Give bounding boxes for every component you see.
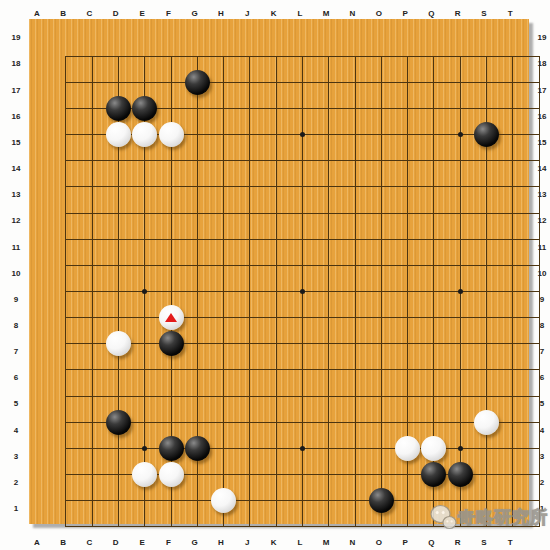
intersection-G12 (210, 226, 236, 252)
intersection-F5 (184, 409, 210, 435)
intersection-R14 (473, 174, 499, 200)
row-label-right-15: 15 (538, 137, 547, 146)
intersection-G10 (210, 278, 236, 304)
intersection-N6 (368, 383, 394, 409)
intersection-G7 (210, 357, 236, 383)
intersection-A1 (53, 514, 79, 540)
col-label-top-E: E (139, 9, 144, 18)
intersection-M9 (342, 305, 368, 331)
intersection-S18 (500, 69, 526, 95)
black-stone-D17 (132, 96, 157, 121)
intersection-A5 (53, 409, 79, 435)
intersection-C18 (105, 69, 131, 95)
intersection-J15 (263, 148, 289, 174)
intersection-P8 (421, 331, 447, 357)
go-diagram-page: { "game": "go", "board": { "size": 19, "… (0, 0, 550, 550)
intersection-J4 (263, 435, 289, 461)
intersection-D17 (132, 95, 158, 121)
intersection-E13 (158, 200, 184, 226)
intersection-M18 (342, 69, 368, 95)
intersection-F1 (184, 514, 210, 540)
intersection-G15 (210, 148, 236, 174)
row-label-left-16: 16 (12, 111, 21, 120)
intersection-L10 (316, 278, 342, 304)
intersection-O14 (395, 174, 421, 200)
intersection-T6 (526, 383, 550, 409)
intersection-E8 (158, 331, 184, 357)
col-label-bottom-R: R (455, 538, 461, 547)
col-label-bottom-O: O (376, 538, 382, 547)
intersection-M17 (342, 95, 368, 121)
intersection-S15 (500, 148, 526, 174)
intersection-D8 (132, 331, 158, 357)
intersection-L15 (316, 148, 342, 174)
col-label-top-N: N (350, 9, 356, 18)
intersection-Q9 (447, 305, 473, 331)
intersection-J1 (263, 514, 289, 540)
intersection-D11 (132, 252, 158, 278)
intersection-N10 (368, 278, 394, 304)
intersection-E6 (158, 383, 184, 409)
intersection-B13 (79, 200, 105, 226)
intersection-T5 (526, 409, 550, 435)
intersection-E16 (158, 122, 184, 148)
intersection-K13 (289, 200, 315, 226)
row-label-left-9: 9 (14, 294, 18, 303)
intersection-E10 (158, 278, 184, 304)
intersection-E17 (158, 95, 184, 121)
star-point-D10 (142, 289, 147, 294)
black-stone-C17 (106, 96, 131, 121)
intersection-E18 (158, 69, 184, 95)
intersection-M7 (342, 357, 368, 383)
col-label-top-R: R (455, 9, 461, 18)
intersection-E3 (158, 461, 184, 487)
intersection-Q3 (447, 461, 473, 487)
row-label-right-8: 8 (540, 320, 544, 329)
wechat-icon (430, 504, 457, 531)
col-label-bottom-E: E (139, 538, 144, 547)
intersection-G16 (210, 122, 236, 148)
intersection-K4 (289, 435, 315, 461)
row-label-right-17: 17 (538, 85, 547, 94)
black-stone-N2 (369, 488, 394, 513)
intersection-R17 (473, 95, 499, 121)
intersection-M15 (342, 148, 368, 174)
col-label-bottom-H: H (218, 538, 224, 547)
intersection-A10 (53, 278, 79, 304)
intersection-J10 (263, 278, 289, 304)
col-label-bottom-F: F (166, 538, 171, 547)
intersection-A13 (53, 200, 79, 226)
intersection-D10 (132, 278, 158, 304)
intersection-C8 (105, 331, 131, 357)
intersection-H11 (237, 252, 263, 278)
intersection-P12 (421, 226, 447, 252)
intersection-A18 (53, 69, 79, 95)
intersection-T3 (526, 461, 550, 487)
intersection-F18 (184, 69, 210, 95)
intersection-D1 (132, 514, 158, 540)
row-label-left-2: 2 (14, 477, 18, 486)
intersection-A17 (53, 95, 79, 121)
col-label-top-G: G (192, 9, 198, 18)
intersection-F13 (184, 200, 210, 226)
intersection-A12 (53, 226, 79, 252)
row-label-left-12: 12 (12, 216, 21, 225)
intersection-R15 (473, 148, 499, 174)
intersection-G9 (210, 305, 236, 331)
intersection-M5 (342, 409, 368, 435)
intersection-R5 (473, 409, 499, 435)
intersection-F6 (184, 383, 210, 409)
intersection-G14 (210, 174, 236, 200)
row-label-right-12: 12 (538, 216, 547, 225)
intersection-P19 (421, 43, 447, 69)
col-label-top-P: P (402, 9, 407, 18)
intersection-D4 (132, 435, 158, 461)
black-stone-C5 (106, 410, 131, 435)
row-label-right-18: 18 (538, 59, 547, 68)
intersection-F12 (184, 226, 210, 252)
intersection-N13 (368, 200, 394, 226)
intersection-B6 (79, 383, 105, 409)
intersection-E9 (158, 305, 184, 331)
intersection-K5 (289, 409, 315, 435)
star-point-K10 (300, 289, 305, 294)
col-label-top-C: C (87, 9, 93, 18)
intersection-J6 (263, 383, 289, 409)
go-board (29, 19, 529, 524)
intersection-D6 (132, 383, 158, 409)
intersection-H17 (237, 95, 263, 121)
row-label-left-4: 4 (14, 425, 18, 434)
intersection-E2 (158, 488, 184, 514)
row-label-left-15: 15 (12, 137, 21, 146)
intersection-A14 (53, 174, 79, 200)
col-label-top-D: D (113, 9, 119, 18)
intersection-C2 (105, 488, 131, 514)
intersection-Q5 (447, 409, 473, 435)
intersection-L1 (316, 514, 342, 540)
last-move-triangle-marker (165, 313, 177, 322)
intersection-L16 (316, 122, 342, 148)
intersection-Q4 (447, 435, 473, 461)
white-stone-G2 (211, 488, 236, 513)
intersection-J17 (263, 95, 289, 121)
intersection-P3 (421, 461, 447, 487)
intersection-K19 (289, 43, 315, 69)
intersection-L18 (316, 69, 342, 95)
intersection-D14 (132, 174, 158, 200)
intersection-G13 (210, 200, 236, 226)
intersection-M6 (342, 383, 368, 409)
star-point-K4 (300, 446, 305, 451)
row-label-left-13: 13 (12, 190, 21, 199)
intersection-E5 (158, 409, 184, 435)
intersection-L19 (316, 43, 342, 69)
intersection-B15 (79, 148, 105, 174)
intersection-S6 (500, 383, 526, 409)
intersection-M14 (342, 174, 368, 200)
intersection-A4 (53, 435, 79, 461)
intersection-N16 (368, 122, 394, 148)
white-stone-R5 (474, 410, 499, 435)
intersection-A9 (53, 305, 79, 331)
intersection-N18 (368, 69, 394, 95)
watermark-text: 奇略研究所 (458, 506, 548, 529)
row-label-right-13: 13 (538, 190, 547, 199)
row-label-left-11: 11 (12, 242, 20, 251)
intersection-H7 (237, 357, 263, 383)
black-stone-F18 (185, 70, 210, 95)
intersection-R13 (473, 200, 499, 226)
intersection-F3 (184, 461, 210, 487)
intersection-R8 (473, 331, 499, 357)
intersection-F2 (184, 488, 210, 514)
intersection-J9 (263, 305, 289, 331)
intersection-K6 (289, 383, 315, 409)
intersection-C9 (105, 305, 131, 331)
intersection-B17 (79, 95, 105, 121)
intersection-B14 (79, 174, 105, 200)
intersection-A6 (53, 383, 79, 409)
intersection-L11 (316, 252, 342, 278)
intersection-O6 (395, 383, 421, 409)
intersection-S10 (500, 278, 526, 304)
intersection-Q13 (447, 200, 473, 226)
intersection-J12 (263, 226, 289, 252)
intersection-P9 (421, 305, 447, 331)
intersection-O12 (395, 226, 421, 252)
col-label-bottom-T: T (508, 538, 513, 547)
intersection-H1 (237, 514, 263, 540)
white-stone-C8 (106, 331, 131, 356)
intersection-B9 (79, 305, 105, 331)
intersection-S4 (500, 435, 526, 461)
intersection-T9 (526, 305, 550, 331)
intersection-N9 (368, 305, 394, 331)
intersection-M19 (342, 43, 368, 69)
intersection-J5 (263, 409, 289, 435)
row-label-right-2: 2 (540, 477, 544, 486)
intersection-B2 (79, 488, 105, 514)
intersection-D13 (132, 200, 158, 226)
intersection-O8 (395, 331, 421, 357)
intersection-E15 (158, 148, 184, 174)
intersection-A19 (53, 43, 79, 69)
intersection-J14 (263, 174, 289, 200)
intersection-Q19 (447, 43, 473, 69)
intersection-A7 (53, 357, 79, 383)
intersection-O19 (395, 43, 421, 69)
row-label-right-5: 5 (540, 399, 544, 408)
intersection-R18 (473, 69, 499, 95)
intersection-G3 (210, 461, 236, 487)
col-label-top-M: M (323, 9, 330, 18)
watermark-logo: 奇略研究所 (430, 502, 548, 532)
intersection-G4 (210, 435, 236, 461)
intersection-L6 (316, 383, 342, 409)
col-label-bottom-D: D (113, 538, 119, 547)
col-label-bottom-Q: Q (428, 538, 434, 547)
row-label-left-14: 14 (12, 164, 21, 173)
intersection-H8 (237, 331, 263, 357)
intersection-S9 (500, 305, 526, 331)
intersection-L8 (316, 331, 342, 357)
intersection-T4 (526, 435, 550, 461)
intersection-H6 (237, 383, 263, 409)
intersection-O9 (395, 305, 421, 331)
intersection-C6 (105, 383, 131, 409)
intersection-J18 (263, 69, 289, 95)
intersection-L9 (316, 305, 342, 331)
black-stone-F4 (185, 436, 210, 461)
intersection-E11 (158, 252, 184, 278)
intersection-Q18 (447, 69, 473, 95)
intersection-B16 (79, 122, 105, 148)
intersection-P7 (421, 357, 447, 383)
intersection-S17 (500, 95, 526, 121)
col-label-bottom-S: S (481, 538, 486, 547)
intersection-H4 (237, 435, 263, 461)
intersection-K17 (289, 95, 315, 121)
intersection-F8 (184, 331, 210, 357)
intersection-R19 (473, 43, 499, 69)
col-label-bottom-C: C (87, 538, 93, 547)
intersection-O10 (395, 278, 421, 304)
col-label-top-H: H (218, 9, 224, 18)
intersection-O3 (395, 461, 421, 487)
intersection-G17 (210, 95, 236, 121)
intersection-K10 (289, 278, 315, 304)
intersection-L7 (316, 357, 342, 383)
intersection-B11 (79, 252, 105, 278)
intersection-S5 (500, 409, 526, 435)
intersection-M8 (342, 331, 368, 357)
intersection-C7 (105, 357, 131, 383)
intersection-L5 (316, 409, 342, 435)
intersection-B5 (79, 409, 105, 435)
intersection-H15 (237, 148, 263, 174)
intersection-L3 (316, 461, 342, 487)
intersection-H19 (237, 43, 263, 69)
intersection-N2 (368, 488, 394, 514)
intersection-G6 (210, 383, 236, 409)
intersection-S14 (500, 174, 526, 200)
intersection-R11 (473, 252, 499, 278)
intersection-F11 (184, 252, 210, 278)
intersection-E1 (158, 514, 184, 540)
intersection-N3 (368, 461, 394, 487)
row-label-right-14: 14 (538, 164, 547, 173)
intersection-Q7 (447, 357, 473, 383)
intersection-N12 (368, 226, 394, 252)
row-label-left-17: 17 (12, 85, 21, 94)
intersection-Q10 (447, 278, 473, 304)
intersection-P14 (421, 174, 447, 200)
row-label-right-11: 11 (538, 242, 546, 251)
intersection-J13 (263, 200, 289, 226)
intersection-A11 (53, 252, 79, 278)
intersection-D9 (132, 305, 158, 331)
intersection-C11 (105, 252, 131, 278)
intersection-K12 (289, 226, 315, 252)
intersection-N5 (368, 409, 394, 435)
white-stone-C16 (106, 122, 131, 147)
intersection-O7 (395, 357, 421, 383)
white-stone-D3 (132, 462, 157, 487)
white-stone-D16 (132, 122, 157, 147)
intersection-K15 (289, 148, 315, 174)
star-point-Q4 (458, 446, 463, 451)
intersection-O4 (395, 435, 421, 461)
intersection-C10 (105, 278, 131, 304)
intersection-A8 (53, 331, 79, 357)
intersection-Q11 (447, 252, 473, 278)
row-label-left-18: 18 (12, 59, 21, 68)
intersection-T7 (526, 357, 550, 383)
intersection-E7 (158, 357, 184, 383)
intersection-G5 (210, 409, 236, 435)
col-label-bottom-K: K (271, 538, 277, 547)
intersection-H5 (237, 409, 263, 435)
intersection-P13 (421, 200, 447, 226)
col-label-top-K: K (271, 9, 277, 18)
row-label-left-1: 1 (14, 504, 18, 513)
intersection-O2 (395, 488, 421, 514)
row-label-right-7: 7 (540, 347, 544, 356)
intersection-E4 (158, 435, 184, 461)
intersection-H18 (237, 69, 263, 95)
white-stone-E9 (159, 305, 184, 330)
row-label-right-9: 9 (540, 294, 544, 303)
intersection-C1 (105, 514, 131, 540)
intersection-O15 (395, 148, 421, 174)
intersection-D15 (132, 148, 158, 174)
intersection-Q6 (447, 383, 473, 409)
row-label-left-8: 8 (14, 320, 18, 329)
intersection-B4 (79, 435, 105, 461)
intersection-H9 (237, 305, 263, 331)
intersection-S3 (500, 461, 526, 487)
intersection-E19 (158, 43, 184, 69)
row-label-left-6: 6 (14, 373, 18, 382)
intersection-G1 (210, 514, 236, 540)
intersection-H14 (237, 174, 263, 200)
intersection-C5 (105, 409, 131, 435)
black-stone-P3 (421, 462, 446, 487)
row-label-left-19: 19 (12, 33, 21, 42)
intersection-Q15 (447, 148, 473, 174)
intersection-K1 (289, 514, 315, 540)
intersection-S8 (500, 331, 526, 357)
col-label-bottom-A: A (34, 538, 40, 547)
intersection-A2 (53, 488, 79, 514)
intersection-F7 (184, 357, 210, 383)
intersection-S7 (500, 357, 526, 383)
intersection-K16 (289, 122, 315, 148)
intersection-J2 (263, 488, 289, 514)
row-label-left-5: 5 (14, 399, 18, 408)
intersection-S11 (500, 252, 526, 278)
intersection-L12 (316, 226, 342, 252)
intersection-O11 (395, 252, 421, 278)
star-point-D4 (142, 446, 147, 451)
intersection-N19 (368, 43, 394, 69)
intersection-R9 (473, 305, 499, 331)
black-stone-E4 (159, 436, 184, 461)
